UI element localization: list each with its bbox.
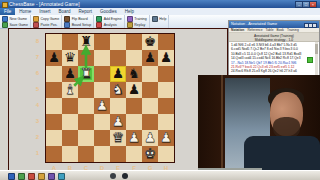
ribbon-button-label: Add Engine <box>104 17 122 21</box>
rank-label-7: 7 <box>32 49 43 65</box>
square-g1[interactable]: ♚ <box>142 146 158 162</box>
taskbar-icon[interactable] <box>48 173 55 180</box>
square-h5[interactable] <box>158 82 174 98</box>
presenter-beard <box>273 117 300 138</box>
ribbon-group: Add EngineAnalysis <box>94 15 125 28</box>
square-a8[interactable] <box>46 34 62 50</box>
taskbar <box>0 170 320 180</box>
piece-white-pawn[interactable]: ♟ <box>142 130 158 146</box>
rank-label-8: 8 <box>32 33 43 49</box>
ribbon-tab-home[interactable]: Home <box>15 8 35 15</box>
board-window: ♜♚♟♛♟♟♟♜♟♞♝♞♟♟♟♛♟♟♟♚ 87654321 ABCDEFGH <box>8 28 228 172</box>
ribbon-button-label: Flip Board <box>72 17 88 21</box>
square-f5[interactable]: ♟ <box>126 82 142 98</box>
ribbon-button-label: Paste Pos. <box>40 23 57 27</box>
square-c2[interactable] <box>78 130 94 146</box>
square-b1[interactable] <box>62 146 78 162</box>
ribbon-tab-help[interactable]: Help <box>121 8 138 15</box>
square-c4[interactable] <box>78 98 94 114</box>
taskbar-button[interactable] <box>110 173 116 179</box>
webcam-doorframe <box>221 75 223 180</box>
notation-tab-training[interactable]: Training <box>287 28 299 32</box>
piece-white-knight[interactable]: ♞ <box>110 82 126 98</box>
ribbon-button-label: Replay <box>134 23 145 27</box>
square-c7[interactable] <box>78 50 94 66</box>
square-d5[interactable] <box>94 82 110 98</box>
square-e7[interactable] <box>110 50 126 66</box>
taskbar-icon[interactable] <box>58 173 65 180</box>
square-h7[interactable]: ♟ <box>158 50 174 66</box>
taskbar-icon[interactable] <box>18 173 25 180</box>
ribbon-group: Copy GamePaste Pos. <box>31 15 62 28</box>
square-e3[interactable]: ♟ <box>110 114 126 130</box>
ribbon-button-label: Help <box>159 17 166 21</box>
notation-tab-notation[interactable]: Notation <box>231 28 244 32</box>
ribbon-group: Help <box>150 15 170 28</box>
ribbon-button-icon <box>152 16 158 22</box>
rank-label-3: 3 <box>32 113 43 129</box>
piece-black-knight[interactable]: ♞ <box>126 66 142 82</box>
rank-label-5: 5 <box>32 81 43 97</box>
ribbon-tab-board[interactable]: Board <box>55 8 75 15</box>
rank-label-2: 2 <box>32 129 43 145</box>
ribbon-button-label: Copy Game <box>40 17 59 21</box>
taskbar-icon[interactable] <box>28 173 35 180</box>
game-header: Annotated Game (Training) Middlegame str… <box>229 33 319 42</box>
ribbon-button-label: New Game <box>10 17 28 21</box>
taskbar-icon[interactable] <box>8 173 15 180</box>
notation-tab-book[interactable]: Book <box>276 28 284 32</box>
square-h2[interactable]: ♟ <box>158 130 174 146</box>
square-c1[interactable] <box>78 146 94 162</box>
square-h3[interactable] <box>158 114 174 130</box>
chess-board: ♜♚♟♛♟♟♟♜♟♞♝♞♟♟♟♛♟♟♟♚ <box>45 33 175 163</box>
notation-moves: 1.d4 Nf6 2.c4 e6 3.Nf3 b6 4.a3 Bb7 5.Nc3… <box>229 42 316 79</box>
piece-black-pawn[interactable]: ♟ <box>142 50 158 66</box>
piece-white-bishop[interactable]: ♝ <box>62 82 78 98</box>
notation-scrollbar-thumb[interactable] <box>315 44 318 54</box>
square-h1[interactable] <box>158 146 174 162</box>
square-f4[interactable] <box>126 98 142 114</box>
piece-black-pawn[interactable]: ♟ <box>158 50 174 66</box>
square-e1[interactable] <box>110 146 126 162</box>
ribbon-group: Flip BoardBoard Setup <box>62 15 94 28</box>
square-e2[interactable]: ♛ <box>110 130 126 146</box>
square-a6[interactable] <box>46 66 62 82</box>
app-title-bar: ChessBase - [Annotated Game] <box>0 0 320 8</box>
rank-label-4: 4 <box>32 97 43 113</box>
square-d6[interactable] <box>94 66 110 82</box>
piece-white-rook[interactable]: ♜ <box>78 66 94 82</box>
close-button[interactable]: × <box>309 1 317 8</box>
square-a7[interactable]: ♟ <box>46 50 62 66</box>
square-b6[interactable]: ♟ <box>62 66 78 82</box>
square-h4[interactable] <box>158 98 174 114</box>
rank-label-1: 1 <box>32 145 43 161</box>
square-c6[interactable]: ♜ <box>78 66 94 82</box>
notation-panel: Notation - Annotated Game NotationRefere… <box>228 20 320 80</box>
square-g7[interactable]: ♟ <box>142 50 158 66</box>
square-h6[interactable] <box>158 66 174 82</box>
webcam-video <box>198 75 320 180</box>
piece-black-pawn[interactable]: ♟ <box>126 82 142 98</box>
square-g6[interactable] <box>142 66 158 82</box>
ribbon-button-label: Save Game <box>10 23 28 27</box>
square-f2[interactable]: ♟ <box>126 130 142 146</box>
notation-tab-reference[interactable]: Reference <box>247 28 262 32</box>
square-a5[interactable] <box>46 82 62 98</box>
square-e4[interactable] <box>110 98 126 114</box>
square-f3[interactable] <box>126 114 142 130</box>
square-f8[interactable] <box>126 34 142 50</box>
square-d8[interactable] <box>94 34 110 50</box>
square-c5[interactable] <box>78 82 94 98</box>
taskbar-button[interactable] <box>122 173 128 179</box>
piece-black-queen[interactable]: ♛ <box>62 50 78 66</box>
piece-white-queen[interactable]: ♛ <box>110 130 126 146</box>
square-c8[interactable]: ♜ <box>78 34 94 50</box>
square-b4[interactable] <box>62 98 78 114</box>
square-a4[interactable] <box>46 98 62 114</box>
ribbon-button-label: Board Setup <box>72 23 91 27</box>
piece-black-pawn[interactable]: ♟ <box>46 50 62 66</box>
notation-tab-table[interactable]: Table <box>266 28 274 32</box>
square-d7[interactable] <box>94 50 110 66</box>
square-a3[interactable] <box>46 114 62 130</box>
square-e5[interactable]: ♞ <box>110 82 126 98</box>
square-h8[interactable] <box>158 34 174 50</box>
piece-black-pawn[interactable]: ♟ <box>62 66 78 82</box>
move-line[interactable]: 24.Rxc6 Rfc8 25.e3 Kg8 26.Qe2 h6 27.h3 a… <box>231 69 315 73</box>
square-f6[interactable]: ♞ <box>126 66 142 82</box>
piece-white-pawn[interactable]: ♟ <box>94 98 110 114</box>
piece-black-rook[interactable]: ♜ <box>78 34 94 50</box>
square-e6[interactable]: ♟ <box>110 66 126 82</box>
ribbon-tab-file[interactable]: File <box>0 8 15 15</box>
square-d2[interactable] <box>94 130 110 146</box>
ribbon-tab-report[interactable]: Report <box>75 8 97 15</box>
app-title: ChessBase - [Annotated Game] <box>9 0 80 8</box>
square-g2[interactable]: ♟ <box>142 130 158 146</box>
square-a2[interactable] <box>46 130 62 146</box>
piece-white-pawn[interactable]: ♟ <box>158 130 174 146</box>
ribbon-tab-goodies[interactable]: Goodies <box>96 8 121 15</box>
piece-black-king[interactable]: ♚ <box>142 34 158 50</box>
ribbon-tab-insert[interactable]: Insert <box>35 8 54 15</box>
taskbar-icon[interactable] <box>38 173 45 180</box>
square-d3[interactable] <box>94 114 110 130</box>
square-g3[interactable] <box>142 114 158 130</box>
square-b5[interactable]: ♝ <box>62 82 78 98</box>
square-f7[interactable] <box>126 50 142 66</box>
rank-label-6: 6 <box>32 65 43 81</box>
square-d4[interactable]: ♟ <box>94 98 110 114</box>
square-f1[interactable] <box>126 146 142 162</box>
ribbon-button-label: Training <box>134 17 147 21</box>
piece-white-pawn[interactable]: ♟ <box>110 114 126 130</box>
ribbon-group: TrainingReplay <box>125 15 150 28</box>
square-b7[interactable]: ♛ <box>62 50 78 66</box>
square-c3[interactable] <box>78 114 94 130</box>
square-b3[interactable] <box>62 114 78 130</box>
piece-black-pawn[interactable]: ♟ <box>110 66 126 82</box>
square-a1[interactable] <box>46 146 62 162</box>
ribbon-button-help[interactable]: Help <box>152 16 167 22</box>
piece-white-pawn[interactable]: ♟ <box>126 130 142 146</box>
ribbon-button-label: Analysis <box>104 23 117 27</box>
piece-white-king[interactable]: ♚ <box>142 146 158 162</box>
current-move-marker <box>307 57 313 63</box>
square-g8[interactable]: ♚ <box>142 34 158 50</box>
square-e8[interactable] <box>110 34 126 50</box>
square-b2[interactable] <box>62 130 78 146</box>
square-g5[interactable] <box>142 82 158 98</box>
ribbon-group: New GameSave Game <box>0 15 31 28</box>
square-d1[interactable] <box>94 146 110 162</box>
square-g4[interactable] <box>142 98 158 114</box>
square-b8[interactable] <box>62 34 78 50</box>
